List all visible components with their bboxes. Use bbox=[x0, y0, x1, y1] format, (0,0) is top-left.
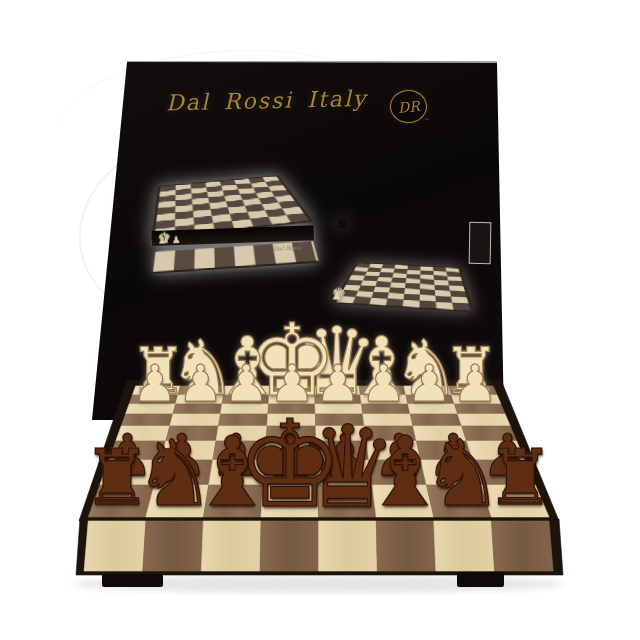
square-b6 bbox=[416, 441, 472, 460]
front-band bbox=[434, 521, 495, 571]
square-f3 bbox=[220, 404, 268, 414]
square-b1 bbox=[404, 386, 452, 395]
square-e2 bbox=[269, 395, 315, 404]
square-b8 bbox=[426, 485, 491, 517]
front-band bbox=[491, 521, 553, 571]
square-c3 bbox=[361, 404, 410, 414]
front-band bbox=[143, 521, 204, 571]
front-band bbox=[201, 521, 261, 571]
square-g4 bbox=[170, 414, 221, 426]
square-c1 bbox=[359, 386, 406, 395]
square-a1 bbox=[449, 386, 498, 395]
square-f5 bbox=[216, 426, 267, 441]
square-g6 bbox=[161, 441, 216, 460]
square-e3 bbox=[268, 404, 315, 414]
square-a2 bbox=[451, 395, 500, 404]
square-f4 bbox=[218, 414, 267, 426]
square-g2 bbox=[176, 395, 224, 404]
square-a6 bbox=[467, 441, 525, 460]
square-b2 bbox=[406, 395, 455, 404]
square-a5 bbox=[462, 426, 517, 441]
square-d8 bbox=[318, 485, 377, 517]
chess-board bbox=[0, 0, 640, 640]
square-c4 bbox=[363, 414, 413, 426]
square-d6 bbox=[316, 441, 369, 460]
square-d4 bbox=[315, 414, 364, 426]
square-h3 bbox=[126, 404, 176, 414]
square-h5 bbox=[116, 426, 170, 441]
square-f7 bbox=[209, 460, 265, 485]
board-foot bbox=[102, 574, 163, 587]
square-c7 bbox=[369, 460, 427, 485]
front-band bbox=[260, 521, 319, 571]
square-d2 bbox=[315, 395, 362, 404]
square-c5 bbox=[364, 426, 416, 441]
square-a7 bbox=[473, 460, 536, 485]
square-g7 bbox=[154, 460, 213, 485]
square-d5 bbox=[316, 426, 367, 441]
square-g5 bbox=[166, 426, 219, 441]
front-band bbox=[319, 521, 378, 571]
square-c2 bbox=[360, 395, 408, 404]
square-a4 bbox=[458, 414, 511, 426]
square-h1 bbox=[132, 386, 180, 395]
square-d3 bbox=[315, 404, 363, 414]
square-f6 bbox=[213, 441, 266, 460]
front-band bbox=[376, 521, 436, 571]
square-b5 bbox=[413, 426, 467, 441]
square-b4 bbox=[410, 414, 461, 426]
square-b7 bbox=[421, 460, 481, 485]
square-c6 bbox=[366, 441, 420, 460]
square-f2 bbox=[222, 395, 269, 404]
square-e1 bbox=[269, 386, 315, 395]
square-e7 bbox=[263, 460, 317, 485]
square-g8 bbox=[146, 485, 209, 517]
square-f8 bbox=[203, 485, 263, 517]
square-e8 bbox=[261, 485, 319, 517]
board-foot bbox=[457, 572, 504, 587]
front-band bbox=[84, 521, 146, 571]
square-a3 bbox=[454, 404, 505, 414]
square-e5 bbox=[266, 426, 316, 441]
square-h7 bbox=[100, 460, 161, 485]
product-photo-chess-set: Dal Rossi Italy DR ™ ♟ ♛ ♚ ♝ ♟ Dal Rossi… bbox=[0, 0, 640, 640]
square-d1 bbox=[314, 386, 360, 395]
square-e6 bbox=[265, 441, 317, 460]
square-f1 bbox=[224, 386, 270, 395]
square-g3 bbox=[173, 404, 222, 414]
square-c8 bbox=[372, 485, 434, 517]
square-h4 bbox=[121, 414, 173, 426]
square-e4 bbox=[267, 414, 316, 426]
square-b3 bbox=[408, 404, 458, 414]
square-h6 bbox=[109, 441, 166, 460]
square-d7 bbox=[317, 460, 372, 485]
square-h8 bbox=[88, 485, 154, 517]
square-g1 bbox=[178, 386, 225, 395]
square-h2 bbox=[129, 395, 178, 404]
